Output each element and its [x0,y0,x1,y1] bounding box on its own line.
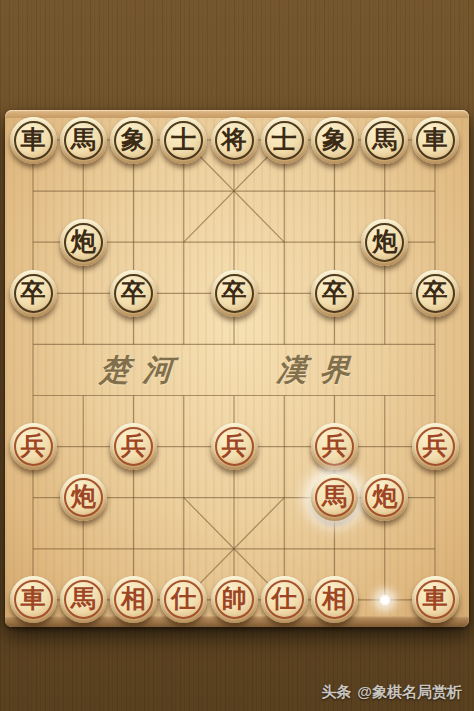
piece-glyph: 車 [412,117,459,164]
piece-red-soldier[interactable]: 兵 [110,423,157,470]
piece-black-horse[interactable]: 馬 [60,117,107,164]
piece-glyph: 仕 [261,576,308,623]
xiangqi-board[interactable]: 楚河 漢界 車馬象士将士象馬車炮炮卒卒卒卒卒兵兵兵兵兵炮馬炮車馬相仕帥仕相車 [5,110,469,627]
piece-red-advisor[interactable]: 仕 [160,576,207,623]
piece-black-soldier[interactable]: 卒 [311,270,358,317]
piece-glyph: 帥 [211,576,258,623]
piece-glyph: 卒 [110,270,157,317]
piece-glyph: 士 [261,117,308,164]
piece-glyph: 象 [110,117,157,164]
piece-glyph: 馬 [60,117,107,164]
watermark-brand: 头条 [321,683,351,702]
watermark: 头条 @象棋名局赏析 [321,683,462,702]
piece-glyph: 将 [211,117,258,164]
piece-glyph: 炮 [60,474,107,521]
piece-glyph: 車 [10,576,57,623]
river-label-right: 漢界 [276,350,365,391]
piece-glyph: 相 [110,576,157,623]
piece-red-chariot[interactable]: 車 [10,576,57,623]
piece-red-soldier[interactable]: 兵 [311,423,358,470]
piece-red-elephant[interactable]: 相 [311,576,358,623]
piece-glyph: 馬 [311,474,358,521]
piece-glyph: 車 [412,576,459,623]
piece-glyph: 兵 [110,423,157,470]
piece-black-soldier[interactable]: 卒 [110,270,157,317]
piece-glyph: 兵 [10,423,57,470]
piece-red-chariot[interactable]: 車 [412,576,459,623]
piece-glyph: 炮 [361,474,408,521]
piece-red-general[interactable]: 帥 [211,576,258,623]
piece-red-horse[interactable]: 馬 [311,474,358,521]
piece-glyph: 相 [311,576,358,623]
piece-black-chariot[interactable]: 車 [10,117,57,164]
piece-black-cannon[interactable]: 炮 [60,219,107,266]
piece-glyph: 象 [311,117,358,164]
piece-black-cannon[interactable]: 炮 [361,219,408,266]
piece-black-soldier[interactable]: 卒 [412,270,459,317]
piece-glyph: 馬 [361,117,408,164]
piece-red-soldier[interactable]: 兵 [211,423,258,470]
piece-glyph: 車 [10,117,57,164]
piece-glyph: 馬 [60,576,107,623]
piece-glyph: 炮 [361,219,408,266]
piece-black-soldier[interactable]: 卒 [10,270,57,317]
piece-red-cannon[interactable]: 炮 [361,474,408,521]
last-move-origin-marker [378,593,392,607]
piece-red-elephant[interactable]: 相 [110,576,157,623]
piece-red-cannon[interactable]: 炮 [60,474,107,521]
piece-glyph: 兵 [211,423,258,470]
board-grid [5,110,469,627]
piece-red-horse[interactable]: 馬 [60,576,107,623]
piece-glyph: 士 [160,117,207,164]
piece-glyph: 卒 [412,270,459,317]
piece-black-chariot[interactable]: 車 [412,117,459,164]
piece-black-soldier[interactable]: 卒 [211,270,258,317]
river-label-left: 楚河 [99,350,188,391]
piece-black-advisor[interactable]: 士 [160,117,207,164]
piece-glyph: 兵 [311,423,358,470]
piece-black-advisor[interactable]: 士 [261,117,308,164]
piece-black-elephant[interactable]: 象 [110,117,157,164]
piece-glyph: 兵 [412,423,459,470]
piece-glyph: 卒 [10,270,57,317]
watermark-handle: @象棋名局赏析 [357,683,462,702]
piece-black-horse[interactable]: 馬 [361,117,408,164]
piece-black-general[interactable]: 将 [211,117,258,164]
piece-glyph: 卒 [211,270,258,317]
piece-glyph: 卒 [311,270,358,317]
piece-red-advisor[interactable]: 仕 [261,576,308,623]
piece-glyph: 仕 [160,576,207,623]
piece-glyph: 炮 [60,219,107,266]
piece-red-soldier[interactable]: 兵 [10,423,57,470]
piece-red-soldier[interactable]: 兵 [412,423,459,470]
piece-black-elephant[interactable]: 象 [311,117,358,164]
